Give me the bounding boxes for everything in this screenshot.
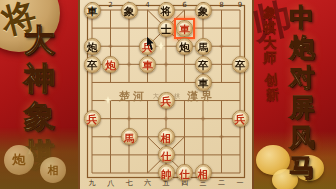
title-char: 神 — [0, 59, 78, 97]
file-label: 9 — [238, 1, 242, 9]
file-label: 二 — [218, 178, 225, 188]
piece-glyph: 兵 — [87, 114, 98, 125]
title-char: 风 — [282, 123, 322, 153]
piece-glyph: 象 — [124, 5, 135, 16]
piece-glyph: 車 — [179, 23, 190, 34]
piece-black-車-c7r4[interactable]: 車 — [195, 74, 212, 91]
piece-glyph: 象 — [198, 5, 209, 16]
right-subtitle: 象棋大师 — [261, 5, 279, 65]
piece-glyph: 炮 — [179, 41, 190, 52]
river-label-han: 漢界 — [187, 89, 215, 104]
piece-black-卒-c7r3[interactable]: 卒 — [195, 56, 212, 73]
title-char: 大 — [0, 21, 78, 59]
piece-glyph: 卒 — [87, 60, 98, 71]
piece-black-士-c5r1[interactable]: 士 — [158, 20, 175, 37]
piece-glyph: 相 — [161, 132, 172, 143]
piece-red-帥-c5r9[interactable]: 帥 — [158, 164, 175, 181]
decor-piece-cannon: 炮 — [4, 145, 34, 175]
left-panel: 将 大神象棋 炮 相 — [0, 0, 78, 189]
title-char: 创 — [262, 71, 281, 88]
title-char: 棋 — [261, 20, 279, 35]
piece-red-相-c7r9[interactable]: 相 — [195, 164, 212, 181]
piece-black-象-c3r0[interactable]: 象 — [121, 2, 138, 19]
piece-glyph: 士 — [161, 23, 172, 34]
title-char: 中 — [282, 3, 322, 33]
file-label: 8 — [219, 1, 223, 9]
title-char: 新 — [263, 86, 282, 103]
piece-red-兵-c5r5[interactable]: 兵 — [158, 92, 175, 109]
piece-black-車-c1r0[interactable]: 車 — [84, 2, 101, 19]
right-title: 中炮对屏风马 — [282, 3, 322, 183]
piece-glyph: 兵 — [235, 114, 246, 125]
piece-black-馬-c7r2[interactable]: 馬 — [195, 38, 212, 55]
file-label: 2 — [108, 1, 112, 9]
file-label: 一 — [237, 178, 244, 188]
piece-black-卒-c1r3[interactable]: 卒 — [84, 56, 101, 73]
file-label: 六 — [144, 178, 151, 188]
title-char: 炮 — [282, 33, 322, 63]
piece-glyph: 帥 — [161, 168, 172, 179]
piece-glyph: 将 — [161, 5, 172, 16]
piece-black-炮-c1r2[interactable]: 炮 — [84, 38, 101, 55]
title-char: 大 — [261, 35, 279, 50]
right-subtitle-2: 创新 — [262, 71, 283, 102]
decor-pieces-photo: 炮 相 — [0, 127, 78, 189]
piece-glyph: 卒 — [235, 60, 246, 71]
piece-red-車-c4r3[interactable]: 車 — [139, 56, 156, 73]
piece-red-炮-c2r3[interactable]: 炮 — [102, 56, 119, 73]
title-char: 马 — [282, 153, 322, 183]
piece-glyph: 仕 — [179, 168, 190, 179]
piece-glyph: 車 — [87, 5, 98, 16]
file-label: 4 — [145, 1, 149, 9]
piece-red-馬-c3r7[interactable]: 馬 — [121, 128, 138, 145]
file-label: 八 — [107, 178, 114, 188]
title-char: 象 — [261, 5, 279, 20]
title-char: 屏 — [282, 93, 322, 123]
decor-piece-elephant: 相 — [40, 157, 66, 183]
video-thumbnail: 将 大神象棋 炮 相 123456789 九八七六五四三二一 楚河 漢界 大师象… — [0, 0, 336, 189]
piece-red-相-c5r7[interactable]: 相 — [158, 128, 175, 145]
piece-glyph: 車 — [142, 60, 153, 71]
piece-red-兵-c1r6[interactable]: 兵 — [84, 110, 101, 127]
piece-glyph: 車 — [198, 78, 209, 89]
piece-black-炮-c6r2[interactable]: 炮 — [176, 38, 193, 55]
river-label-chu: 楚河 — [119, 89, 147, 104]
xiangqi-board: 123456789 九八七六五四三二一 楚河 漢界 大师象棋 車象将象士車炮兵炮… — [78, 0, 254, 189]
piece-glyph: 仕 — [161, 150, 172, 161]
piece-glyph: 炮 — [87, 41, 98, 52]
piece-glyph: 炮 — [105, 60, 116, 71]
piece-glyph: 馬 — [124, 132, 135, 143]
title-char: 师 — [261, 50, 279, 65]
piece-glyph: 相 — [198, 168, 209, 179]
piece-black-象-c7r0[interactable]: 象 — [195, 2, 212, 19]
file-label: 九 — [89, 178, 96, 188]
title-char: 对 — [282, 63, 322, 93]
piece-glyph: 馬 — [198, 41, 209, 52]
piece-red-兵-c9r6[interactable]: 兵 — [232, 110, 249, 127]
piece-red-仕-c5r8[interactable]: 仕 — [158, 146, 175, 163]
piece-red-車-c6r1[interactable]: 車 — [176, 20, 193, 37]
piece-glyph: 兵 — [161, 96, 172, 107]
file-label: 6 — [182, 1, 186, 9]
piece-black-卒-c9r3[interactable]: 卒 — [232, 56, 249, 73]
file-label: 七 — [126, 178, 133, 188]
piece-glyph: 卒 — [198, 60, 209, 71]
piece-black-将-c5r0[interactable]: 将 — [158, 2, 175, 19]
right-panel: 帅 象棋大师 创新 中炮对屏风马 — [254, 0, 336, 189]
